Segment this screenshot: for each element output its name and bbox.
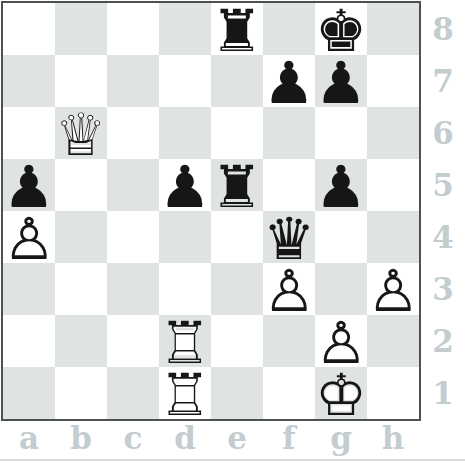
square-e6[interactable] xyxy=(211,107,263,159)
square-a7[interactable] xyxy=(3,55,55,107)
file-label-c: c xyxy=(107,420,159,460)
square-g8[interactable]: ♚ xyxy=(315,3,367,55)
square-c4[interactable] xyxy=(107,211,159,263)
black-pawn-glyph: ♟ xyxy=(263,57,315,109)
black-rook-glyph: ♜ xyxy=(211,5,263,57)
rank-label-8: 8 xyxy=(421,3,465,55)
white-king-glyph: ♔ xyxy=(315,369,367,421)
piece-black-pawn: ♟ xyxy=(159,161,211,213)
file-label-d: d xyxy=(159,420,211,460)
square-h3[interactable]: ♟♙ xyxy=(367,263,419,315)
square-h1[interactable] xyxy=(367,367,419,419)
white-pawn-glyph: ♙ xyxy=(367,265,419,317)
square-b6[interactable]: ♛♕ xyxy=(55,107,107,159)
square-g2[interactable]: ♟♙ xyxy=(315,315,367,367)
black-pawn-glyph: ♟ xyxy=(315,57,367,109)
square-a4[interactable]: ♟♙ xyxy=(3,211,55,263)
black-rook-glyph: ♜ xyxy=(211,161,263,213)
square-b4[interactable] xyxy=(55,211,107,263)
square-g1[interactable]: ♚♔ xyxy=(315,367,367,419)
square-h5[interactable] xyxy=(367,159,419,211)
piece-white-pawn: ♟♙ xyxy=(263,265,315,317)
square-f4[interactable]: ♛ xyxy=(263,211,315,263)
square-d1[interactable]: ♜♖ xyxy=(159,367,211,419)
square-f8[interactable] xyxy=(263,3,315,55)
square-d3[interactable] xyxy=(159,263,211,315)
black-pawn-glyph: ♟ xyxy=(315,161,367,213)
file-label-e: e xyxy=(211,420,263,460)
square-b1[interactable] xyxy=(55,367,107,419)
square-e8[interactable]: ♜ xyxy=(211,3,263,55)
square-e2[interactable] xyxy=(211,315,263,367)
square-b3[interactable] xyxy=(55,263,107,315)
square-g5[interactable]: ♟ xyxy=(315,159,367,211)
chess-diagram: ♜♚♟♟♛♕♟♟♜♟♟♙♛♟♙♟♙♜♖♟♙♜♖♚♔ abcdefgh 87654… xyxy=(0,0,465,463)
rank-label-6: 6 xyxy=(421,107,465,159)
square-a1[interactable] xyxy=(3,367,55,419)
square-h4[interactable] xyxy=(367,211,419,263)
square-h7[interactable] xyxy=(367,55,419,107)
piece-black-rook: ♜ xyxy=(211,161,263,213)
square-f1[interactable] xyxy=(263,367,315,419)
rank-label-1: 1 xyxy=(421,367,465,419)
square-a6[interactable] xyxy=(3,107,55,159)
rank-labels: 87654321 xyxy=(421,3,465,419)
square-h8[interactable] xyxy=(367,3,419,55)
piece-black-pawn: ♟ xyxy=(315,161,367,213)
piece-white-rook: ♜♖ xyxy=(159,369,211,421)
file-labels: abcdefgh xyxy=(3,420,419,460)
square-b7[interactable] xyxy=(55,55,107,107)
white-pawn-glyph: ♙ xyxy=(263,265,315,317)
square-c3[interactable] xyxy=(107,263,159,315)
square-g3[interactable] xyxy=(315,263,367,315)
square-f7[interactable]: ♟ xyxy=(263,55,315,107)
square-e1[interactable] xyxy=(211,367,263,419)
file-label-b: b xyxy=(55,420,107,460)
piece-white-queen: ♛♕ xyxy=(55,109,107,161)
square-e3[interactable] xyxy=(211,263,263,315)
square-h6[interactable] xyxy=(367,107,419,159)
file-label-h: h xyxy=(367,420,419,460)
piece-black-rook: ♜ xyxy=(211,5,263,57)
file-label-f: f xyxy=(263,420,315,460)
white-pawn-glyph: ♙ xyxy=(3,213,55,265)
square-f5[interactable] xyxy=(263,159,315,211)
rank-label-3: 3 xyxy=(421,263,465,315)
square-e5[interactable]: ♜ xyxy=(211,159,263,211)
piece-black-pawn: ♟ xyxy=(263,57,315,109)
rank-label-4: 4 xyxy=(421,211,465,263)
rank-label-7: 7 xyxy=(421,55,465,107)
square-a8[interactable] xyxy=(3,3,55,55)
square-b2[interactable] xyxy=(55,315,107,367)
square-d2[interactable]: ♜♖ xyxy=(159,315,211,367)
bottom-divider xyxy=(0,459,465,461)
square-d6[interactable] xyxy=(159,107,211,159)
square-a5[interactable]: ♟ xyxy=(3,159,55,211)
piece-white-pawn: ♟♙ xyxy=(367,265,419,317)
square-a2[interactable] xyxy=(3,315,55,367)
white-rook-glyph: ♖ xyxy=(159,369,211,421)
square-d8[interactable] xyxy=(159,3,211,55)
square-c1[interactable] xyxy=(107,367,159,419)
file-label-g: g xyxy=(315,420,367,460)
piece-white-king: ♚♔ xyxy=(315,369,367,421)
square-c2[interactable] xyxy=(107,315,159,367)
square-d5[interactable]: ♟ xyxy=(159,159,211,211)
square-d7[interactable] xyxy=(159,55,211,107)
white-queen-glyph: ♕ xyxy=(55,109,107,161)
file-label-a: a xyxy=(3,420,55,460)
square-c6[interactable] xyxy=(107,107,159,159)
chess-board: ♜♚♟♟♛♕♟♟♜♟♟♙♛♟♙♟♙♜♖♟♙♜♖♚♔ xyxy=(1,1,421,421)
square-f3[interactable]: ♟♙ xyxy=(263,263,315,315)
rank-label-5: 5 xyxy=(421,159,465,211)
square-c5[interactable] xyxy=(107,159,159,211)
square-c7[interactable] xyxy=(107,55,159,107)
square-c8[interactable] xyxy=(107,3,159,55)
square-g7[interactable]: ♟ xyxy=(315,55,367,107)
square-b8[interactable] xyxy=(55,3,107,55)
rank-label-2: 2 xyxy=(421,315,465,367)
piece-white-pawn: ♟♙ xyxy=(3,213,55,265)
black-pawn-glyph: ♟ xyxy=(159,161,211,213)
piece-black-pawn: ♟ xyxy=(315,57,367,109)
